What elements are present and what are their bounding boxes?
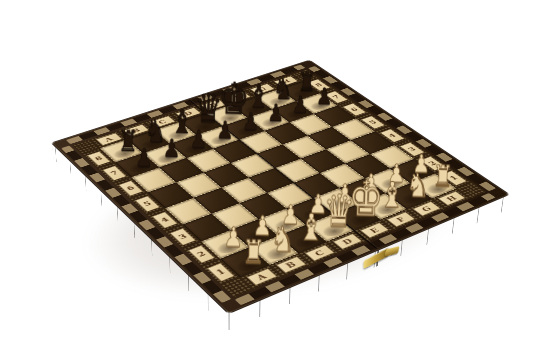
scene: ABCDEFGH8♜♞♝♛♚♝♞♜87♟♟♟♟♟♟♟♟7665544332♟♟♟… bbox=[0, 0, 544, 362]
file-label-G-near: G bbox=[412, 201, 440, 216]
chessboard: ABCDEFGH8♜♞♝♛♚♝♞♜87♟♟♟♟♟♟♟♟7665544332♟♟♟… bbox=[52, 60, 509, 313]
rank-label-5-right: 5 bbox=[361, 116, 385, 129]
piece-black-pawn-a7[interactable]: ♟ bbox=[120, 145, 168, 171]
chessboard-grid: ABCDEFGH8♜♞♝♛♚♝♞♜87♟♟♟♟♟♟♟♟7665544332♟♟♟… bbox=[73, 69, 487, 297]
photo-canvas: ABCDEFGH8♜♞♝♛♚♝♞♜87♟♟♟♟♟♟♟♟7665544332♟♟♟… bbox=[0, 0, 544, 362]
rank-label-5-left: 5 bbox=[134, 196, 160, 212]
piece-white-rook-a1[interactable]: ♜ bbox=[226, 236, 279, 270]
brass-clasp-hook bbox=[384, 246, 399, 257]
